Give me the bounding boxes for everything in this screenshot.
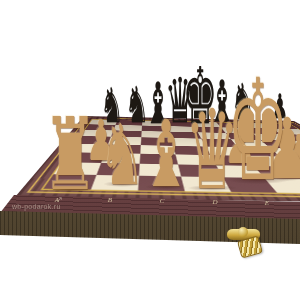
piece-white-king: ♚ [227,61,290,201]
piece-white-rook: ♜ [42,105,98,205]
chess-set-photo: ABCDE wb-podarok.ru ↗ ♞♞♝♛♚♝♞♟♟♟♜♞♝♛♟♟♚ [0,0,300,300]
piece-white-knight: ♞ [99,113,146,197]
